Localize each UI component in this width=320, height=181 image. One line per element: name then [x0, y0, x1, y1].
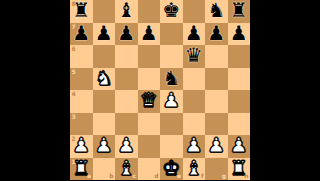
square-h3[interactable]: [228, 113, 251, 136]
square-f2[interactable]: ♟: [183, 135, 206, 158]
piece-black-r-a8[interactable]: ♜: [72, 0, 90, 22]
rank-label-4: 4: [72, 91, 76, 97]
square-b8[interactable]: [93, 0, 116, 23]
square-c8[interactable]: ♝: [115, 0, 138, 23]
piece-black-p-f7[interactable]: ♟: [185, 22, 203, 45]
square-h5[interactable]: [228, 68, 251, 91]
square-e3[interactable]: [160, 113, 183, 136]
piece-white-p-b2[interactable]: ♟: [95, 134, 113, 157]
square-f4[interactable]: [183, 90, 206, 113]
rank-label-6: 6: [72, 46, 76, 52]
square-c3[interactable]: [115, 113, 138, 136]
square-h2[interactable]: ♟: [228, 135, 251, 158]
piece-black-p-a7[interactable]: ♟: [72, 22, 90, 45]
square-d4[interactable]: ♛: [138, 90, 161, 113]
piece-black-k-e8[interactable]: ♚: [162, 0, 180, 22]
piece-white-r-a1[interactable]: ♜: [72, 157, 90, 180]
square-g5[interactable]: [205, 68, 228, 91]
square-e7[interactable]: [160, 23, 183, 46]
piece-white-b-c1[interactable]: ♝: [117, 157, 135, 180]
square-a4[interactable]: 4: [70, 90, 93, 113]
square-e6[interactable]: [160, 45, 183, 68]
square-d3[interactable]: [138, 113, 161, 136]
square-a3[interactable]: 3: [70, 113, 93, 136]
square-g6[interactable]: [205, 45, 228, 68]
square-c1[interactable]: ♝c: [115, 158, 138, 181]
piece-black-p-b7[interactable]: ♟: [95, 22, 113, 45]
piece-black-n-g8[interactable]: ♞: [207, 0, 225, 22]
square-g4[interactable]: [205, 90, 228, 113]
square-f7[interactable]: ♟: [183, 23, 206, 46]
square-d8[interactable]: [138, 0, 161, 23]
square-b6[interactable]: [93, 45, 116, 68]
file-label-d: d: [154, 173, 158, 179]
rank-label-3: 3: [72, 114, 76, 120]
chess-board[interactable]: ♜8♝♚♞♜♟7♟♟♟♟♟♟6♛5♞♞4♛♟3♟2♟♟♟♟♟♜1ab♝cd♚e♝…: [70, 0, 250, 180]
piece-white-p-g2[interactable]: ♟: [207, 134, 225, 157]
piece-white-p-e4[interactable]: ♟: [162, 89, 180, 112]
square-d2[interactable]: [138, 135, 161, 158]
piece-black-r-h8[interactable]: ♜: [230, 0, 248, 22]
square-f6[interactable]: ♛: [183, 45, 206, 68]
square-b2[interactable]: ♟: [93, 135, 116, 158]
square-h4[interactable]: [228, 90, 251, 113]
square-a7[interactable]: ♟7: [70, 23, 93, 46]
piece-white-k-e1[interactable]: ♚: [162, 157, 180, 180]
square-f5[interactable]: [183, 68, 206, 91]
file-label-b: b: [109, 173, 113, 179]
square-e4[interactable]: ♟: [160, 90, 183, 113]
piece-black-p-h7[interactable]: ♟: [230, 22, 248, 45]
piece-white-p-h2[interactable]: ♟: [230, 134, 248, 157]
square-f8[interactable]: [183, 0, 206, 23]
piece-white-p-c2[interactable]: ♟: [117, 134, 135, 157]
square-d1[interactable]: d: [138, 158, 161, 181]
piece-black-p-d7[interactable]: ♟: [140, 22, 158, 45]
square-e5[interactable]: ♞: [160, 68, 183, 91]
square-h7[interactable]: ♟: [228, 23, 251, 46]
piece-black-p-g7[interactable]: ♟: [207, 22, 225, 45]
square-a2[interactable]: ♟2: [70, 135, 93, 158]
square-h8[interactable]: ♜: [228, 0, 251, 23]
square-b5[interactable]: ♞: [93, 68, 116, 91]
square-d5[interactable]: [138, 68, 161, 91]
piece-white-n-b5[interactable]: ♞: [95, 67, 113, 90]
square-e8[interactable]: ♚: [160, 0, 183, 23]
piece-black-n-e5[interactable]: ♞: [162, 67, 180, 90]
square-b7[interactable]: ♟: [93, 23, 116, 46]
square-g1[interactable]: g: [205, 158, 228, 181]
piece-black-p-c7[interactable]: ♟: [117, 22, 135, 45]
square-d6[interactable]: [138, 45, 161, 68]
file-label-g: g: [222, 173, 226, 179]
rank-label-5: 5: [72, 69, 76, 75]
square-g2[interactable]: ♟: [205, 135, 228, 158]
square-h6[interactable]: [228, 45, 251, 68]
square-c7[interactable]: ♟: [115, 23, 138, 46]
piece-white-p-a2[interactable]: ♟: [72, 134, 90, 157]
piece-white-q-d4[interactable]: ♛: [140, 89, 158, 112]
square-a1[interactable]: ♜1a: [70, 158, 93, 181]
square-e1[interactable]: ♚e: [160, 158, 183, 181]
square-b4[interactable]: [93, 90, 116, 113]
piece-white-p-f2[interactable]: ♟: [185, 134, 203, 157]
letterbox-right: [250, 0, 320, 180]
piece-white-r-h1[interactable]: ♜: [230, 157, 248, 180]
square-g8[interactable]: ♞: [205, 0, 228, 23]
letterbox-left: [0, 0, 70, 180]
square-c6[interactable]: [115, 45, 138, 68]
screenshot-root: ♜8♝♚♞♜♟7♟♟♟♟♟♟6♛5♞♞4♛♟3♟2♟♟♟♟♟♜1ab♝cd♚e♝…: [0, 0, 320, 180]
piece-black-q-f6[interactable]: ♛: [185, 44, 203, 67]
square-f3[interactable]: [183, 113, 206, 136]
square-h1[interactable]: ♜h: [228, 158, 251, 181]
square-a8[interactable]: ♜8: [70, 0, 93, 23]
square-c2[interactable]: ♟: [115, 135, 138, 158]
square-f1[interactable]: ♝f: [183, 158, 206, 181]
piece-black-b-c8[interactable]: ♝: [117, 0, 135, 22]
square-c5[interactable]: [115, 68, 138, 91]
square-d7[interactable]: ♟: [138, 23, 161, 46]
square-g3[interactable]: [205, 113, 228, 136]
square-c4[interactable]: [115, 90, 138, 113]
piece-white-b-f1[interactable]: ♝: [185, 157, 203, 180]
square-a6[interactable]: 6: [70, 45, 93, 68]
square-b1[interactable]: b: [93, 158, 116, 181]
square-g7[interactable]: ♟: [205, 23, 228, 46]
square-b3[interactable]: [93, 113, 116, 136]
square-a5[interactable]: 5: [70, 68, 93, 91]
square-e2[interactable]: [160, 135, 183, 158]
